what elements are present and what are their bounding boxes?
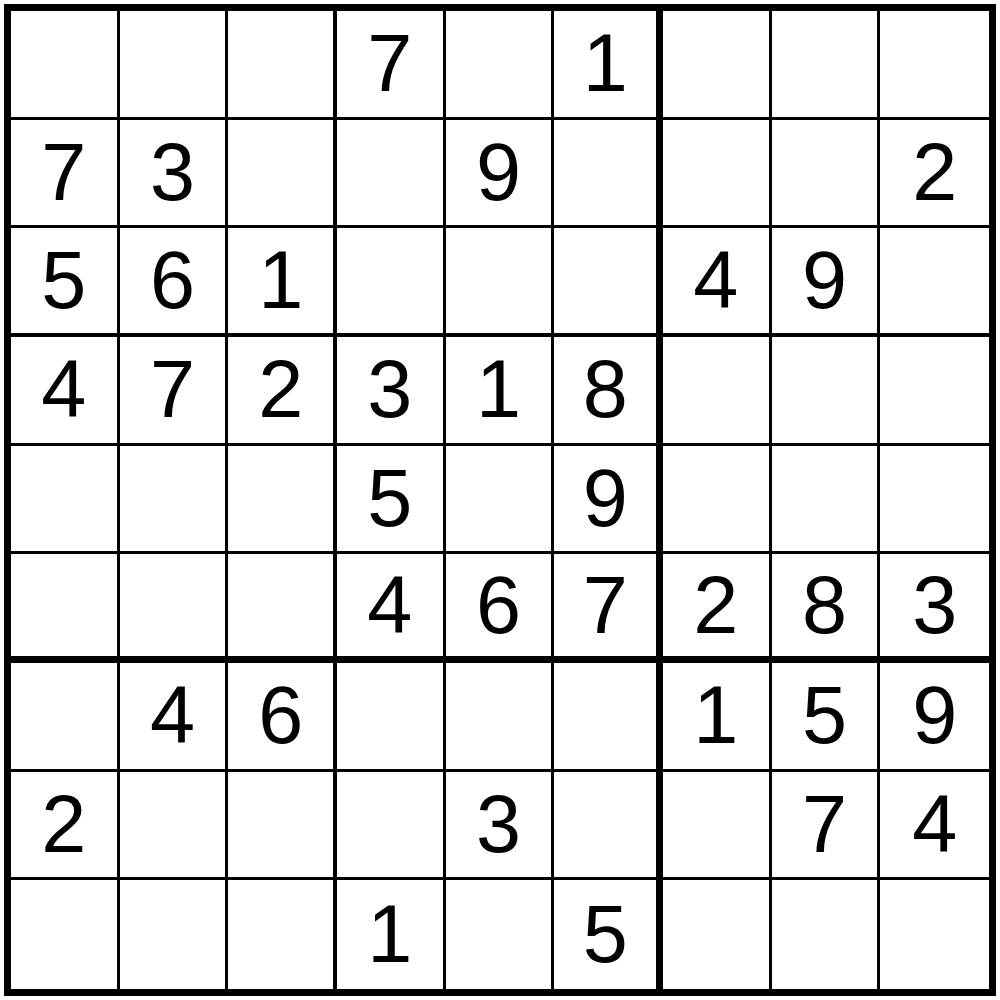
- cell-r5c1[interactable]: [11, 446, 120, 555]
- cell-r7c5[interactable]: [446, 663, 555, 772]
- cell-r3c6[interactable]: [554, 228, 663, 337]
- cell-r2c6[interactable]: [554, 120, 663, 229]
- cell-r7c6[interactable]: [554, 663, 663, 772]
- cell-r2c8[interactable]: [772, 120, 881, 229]
- cell-r5c4[interactable]: 5: [337, 446, 446, 555]
- cell-r5c2[interactable]: [120, 446, 229, 555]
- cell-r3c8[interactable]: 9: [772, 228, 881, 337]
- cell-r6c1[interactable]: [11, 554, 120, 663]
- cell-r2c7[interactable]: [663, 120, 772, 229]
- cell-r9c6[interactable]: 5: [554, 880, 663, 989]
- cell-r9c5[interactable]: [446, 880, 555, 989]
- cell-r8c1[interactable]: 2: [11, 772, 120, 881]
- cell-r7c9[interactable]: 9: [880, 663, 989, 772]
- cell-r5c6[interactable]: 9: [554, 446, 663, 555]
- cell-r6c7[interactable]: 2: [663, 554, 772, 663]
- cell-r8c9[interactable]: 4: [880, 772, 989, 881]
- cell-r7c3[interactable]: 6: [228, 663, 337, 772]
- cell-r8c3[interactable]: [228, 772, 337, 881]
- cell-r2c3[interactable]: [228, 120, 337, 229]
- cell-r4c9[interactable]: [880, 337, 989, 446]
- cell-r5c5[interactable]: [446, 446, 555, 555]
- cell-r7c2[interactable]: 4: [120, 663, 229, 772]
- cell-r7c4[interactable]: [337, 663, 446, 772]
- cell-r5c7[interactable]: [663, 446, 772, 555]
- cell-r4c4[interactable]: 3: [337, 337, 446, 446]
- cell-r2c2[interactable]: 3: [120, 120, 229, 229]
- cell-r8c4[interactable]: [337, 772, 446, 881]
- cell-r2c4[interactable]: [337, 120, 446, 229]
- cell-r9c8[interactable]: [772, 880, 881, 989]
- cell-r7c1[interactable]: [11, 663, 120, 772]
- cell-r2c5[interactable]: 9: [446, 120, 555, 229]
- cell-r7c8[interactable]: 5: [772, 663, 881, 772]
- cell-r6c4[interactable]: 4: [337, 554, 446, 663]
- cell-r8c8[interactable]: 7: [772, 772, 881, 881]
- cell-r1c7[interactable]: [663, 11, 772, 120]
- cell-r4c3[interactable]: 2: [228, 337, 337, 446]
- cell-r5c8[interactable]: [772, 446, 881, 555]
- cell-r3c7[interactable]: 4: [663, 228, 772, 337]
- cell-r3c3[interactable]: 1: [228, 228, 337, 337]
- cell-r5c9[interactable]: [880, 446, 989, 555]
- cell-r9c3[interactable]: [228, 880, 337, 989]
- cell-r4c2[interactable]: 7: [120, 337, 229, 446]
- cell-r1c9[interactable]: [880, 11, 989, 120]
- cell-r1c4[interactable]: 7: [337, 11, 446, 120]
- cell-r7c7[interactable]: 1: [663, 663, 772, 772]
- cell-r6c2[interactable]: [120, 554, 229, 663]
- cell-r4c5[interactable]: 1: [446, 337, 555, 446]
- cell-r2c1[interactable]: 7: [11, 120, 120, 229]
- cell-r8c6[interactable]: [554, 772, 663, 881]
- cell-r1c1[interactable]: [11, 11, 120, 120]
- cell-r4c7[interactable]: [663, 337, 772, 446]
- cell-r3c4[interactable]: [337, 228, 446, 337]
- cell-r2c9[interactable]: 2: [880, 120, 989, 229]
- cell-r3c5[interactable]: [446, 228, 555, 337]
- cell-r1c8[interactable]: [772, 11, 881, 120]
- cell-r6c9[interactable]: 3: [880, 554, 989, 663]
- sudoku-board: 717392561494723185946728346159237415: [4, 4, 996, 996]
- cell-r4c6[interactable]: 8: [554, 337, 663, 446]
- cell-r6c8[interactable]: 8: [772, 554, 881, 663]
- cell-r8c5[interactable]: 3: [446, 772, 555, 881]
- cell-r5c3[interactable]: [228, 446, 337, 555]
- cell-r3c9[interactable]: [880, 228, 989, 337]
- cell-r9c9[interactable]: [880, 880, 989, 989]
- cell-r1c2[interactable]: [120, 11, 229, 120]
- cell-r4c1[interactable]: 4: [11, 337, 120, 446]
- cell-r3c2[interactable]: 6: [120, 228, 229, 337]
- cell-r6c3[interactable]: [228, 554, 337, 663]
- cell-r8c2[interactable]: [120, 772, 229, 881]
- cell-r4c8[interactable]: [772, 337, 881, 446]
- cell-r6c6[interactable]: 7: [554, 554, 663, 663]
- cell-r1c6[interactable]: 1: [554, 11, 663, 120]
- cell-r1c3[interactable]: [228, 11, 337, 120]
- cell-r9c7[interactable]: [663, 880, 772, 989]
- cell-r1c5[interactable]: [446, 11, 555, 120]
- cell-r9c1[interactable]: [11, 880, 120, 989]
- cell-r9c2[interactable]: [120, 880, 229, 989]
- cell-r3c1[interactable]: 5: [11, 228, 120, 337]
- cell-r9c4[interactable]: 1: [337, 880, 446, 989]
- cell-r6c5[interactable]: 6: [446, 554, 555, 663]
- cell-r8c7[interactable]: [663, 772, 772, 881]
